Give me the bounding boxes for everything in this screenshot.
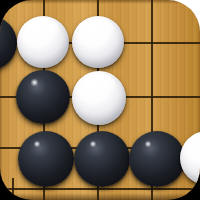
grid-line-horizontal — [0, 188, 200, 190]
stone-white — [72, 16, 124, 68]
stone-black — [0, 16, 17, 70]
go-board[interactable] — [0, 0, 200, 200]
stone-black — [16, 70, 70, 124]
stone-black — [129, 131, 185, 187]
stone-white — [17, 16, 69, 68]
stone-black — [18, 131, 74, 187]
screenshot-root: { "game": "go", "description": "Zoomed-i… — [0, 0, 200, 200]
stone-white — [180, 131, 200, 185]
grid-line-vertical-segment — [12, 178, 14, 200]
stone-white — [72, 71, 126, 125]
stone-black — [74, 131, 130, 187]
